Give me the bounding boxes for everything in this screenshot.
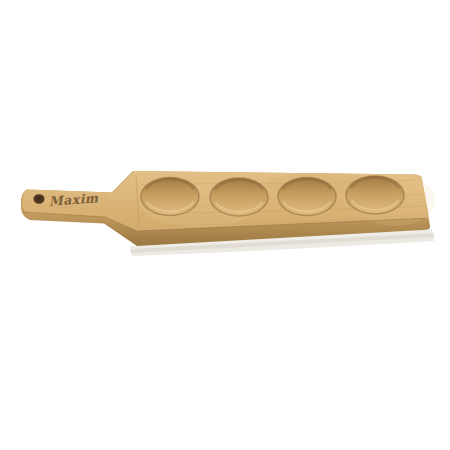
recess-3 xyxy=(278,178,336,216)
recess-1 xyxy=(141,178,199,216)
hanging-hole xyxy=(34,194,45,204)
recess-4 xyxy=(346,176,404,214)
photo-canvas: Maxim xyxy=(0,0,450,450)
flight-paddle-illustration: Maxim xyxy=(0,0,450,450)
recess-2 xyxy=(210,178,268,216)
product-photo: Maxim xyxy=(0,0,450,450)
